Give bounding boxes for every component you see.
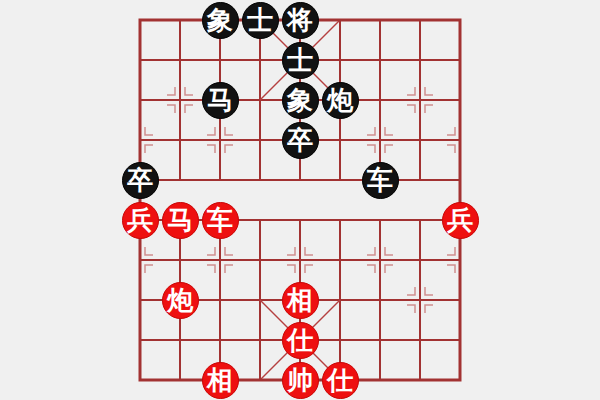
board-point-c2-r0[interactable]: 象 [200,0,240,40]
board-point-c8-r5[interactable]: 兵 [440,200,480,240]
board-point-c0-r3[interactable] [120,120,160,160]
board-point-c1-r4[interactable] [160,160,200,200]
board-point-c4-r8[interactable]: 仕 [280,320,320,360]
board-point-c8-r8[interactable] [440,320,480,360]
piece-black-elephant[interactable]: 象 [202,2,239,39]
board-point-c0-r4[interactable]: 卒 [120,160,160,200]
board-point-c6-r3[interactable] [360,120,400,160]
board-point-c6-r0[interactable] [360,0,400,40]
board-point-c7-r7[interactable] [400,280,440,320]
board-point-c1-r0[interactable] [160,0,200,40]
piece-red-soldier[interactable]: 兵 [122,202,159,239]
board-point-c0-r8[interactable] [120,320,160,360]
piece-black-general[interactable]: 将 [282,2,319,39]
board-point-c1-r1[interactable] [160,40,200,80]
board-point-c6-r6[interactable] [360,240,400,280]
piece-red-elephant[interactable]: 相 [202,362,239,399]
piece-red-horse[interactable]: 马 [162,202,199,239]
board-point-c4-r0[interactable]: 将 [280,0,320,40]
board-point-c5-r0[interactable] [320,0,360,40]
board-point-c5-r2[interactable]: 炮 [320,80,360,120]
board-point-c8-r2[interactable] [440,80,480,120]
board-point-c8-r6[interactable] [440,240,480,280]
board-point-c3-r7[interactable] [240,280,280,320]
board-point-c6-r7[interactable] [360,280,400,320]
board-point-c2-r8[interactable] [200,320,240,360]
board-point-c0-r0[interactable] [120,0,160,40]
board-point-c6-r9[interactable] [360,360,400,400]
board-point-c4-r9[interactable]: 帅 [280,360,320,400]
board-point-c7-r1[interactable] [400,40,440,80]
board-point-c5-r5[interactable] [320,200,360,240]
board-point-c2-r1[interactable] [200,40,240,80]
board-point-c4-r3[interactable]: 卒 [280,120,320,160]
piece-black-elephant[interactable]: 象 [282,82,319,119]
board-point-c4-r2[interactable]: 象 [280,80,320,120]
piece-black-advisor[interactable]: 士 [282,42,319,79]
board-point-c5-r3[interactable] [320,120,360,160]
board-point-c0-r1[interactable] [120,40,160,80]
board-point-c2-r3[interactable] [200,120,240,160]
piece-red-advisor[interactable]: 仕 [322,362,359,399]
board-point-c2-r5[interactable]: 车 [200,200,240,240]
xiangqi-app-canvas: 象士将士马象炮卒卒车兵马车兵炮相仕相帅仕 [0,0,600,400]
board-point-c7-r2[interactable] [400,80,440,120]
board-point-c1-r9[interactable] [160,360,200,400]
board-point-c7-r5[interactable] [400,200,440,240]
piece-black-chariot[interactable]: 车 [362,162,399,199]
board-point-c2-r6[interactable] [200,240,240,280]
board-point-c1-r8[interactable] [160,320,200,360]
piece-black-soldier[interactable]: 卒 [282,122,319,159]
board-point-c4-r7[interactable]: 相 [280,280,320,320]
board-point-c7-r4[interactable] [400,160,440,200]
piece-red-chariot[interactable]: 车 [202,202,239,239]
piece-black-soldier[interactable]: 卒 [122,162,159,199]
board-point-c6-r5[interactable] [360,200,400,240]
board-point-c6-r8[interactable] [360,320,400,360]
board-point-c4-r5[interactable] [280,200,320,240]
board-point-c8-r4[interactable] [440,160,480,200]
board-point-c5-r1[interactable] [320,40,360,80]
board-point-c5-r8[interactable] [320,320,360,360]
board-point-c5-r4[interactable] [320,160,360,200]
board-point-c1-r6[interactable] [160,240,200,280]
board-point-c3-r2[interactable] [240,80,280,120]
board-point-c3-r1[interactable] [240,40,280,80]
piece-red-elephant[interactable]: 相 [282,282,319,319]
piece-black-horse[interactable]: 马 [202,82,239,119]
board-point-c2-r2[interactable]: 马 [200,80,240,120]
board-point-c0-r9[interactable] [120,360,160,400]
piece-red-soldier[interactable]: 兵 [442,202,479,239]
board-point-c3-r4[interactable] [240,160,280,200]
piece-red-general[interactable]: 帅 [282,362,319,399]
board-point-c0-r6[interactable] [120,240,160,280]
board-point-c3-r0[interactable]: 士 [240,0,280,40]
board-point-c8-r9[interactable] [440,360,480,400]
board-point-c1-r2[interactable] [160,80,200,120]
board-point-c0-r7[interactable] [120,280,160,320]
board-point-c7-r9[interactable] [400,360,440,400]
board-point-c7-r3[interactable] [400,120,440,160]
board-point-c8-r0[interactable] [440,0,480,40]
board-point-c5-r6[interactable] [320,240,360,280]
board-point-c8-r1[interactable] [440,40,480,80]
piece-red-cannon[interactable]: 炮 [162,282,199,319]
board-point-c5-r7[interactable] [320,280,360,320]
board-point-c4-r4[interactable] [280,160,320,200]
board-point-c2-r9[interactable]: 相 [200,360,240,400]
board-point-c6-r4[interactable]: 车 [360,160,400,200]
board-point-c7-r8[interactable] [400,320,440,360]
xiangqi-board: 象士将士马象炮卒卒车兵马车兵炮相仕相帅仕 [120,0,480,400]
board-point-c6-r1[interactable] [360,40,400,80]
board-point-c3-r6[interactable] [240,240,280,280]
board-point-c1-r5[interactable]: 马 [160,200,200,240]
board-point-c3-r8[interactable] [240,320,280,360]
board-point-c2-r7[interactable] [200,280,240,320]
piece-black-cannon[interactable]: 炮 [322,82,359,119]
board-point-c8-r3[interactable] [440,120,480,160]
board-point-c1-r7[interactable]: 炮 [160,280,200,320]
board-point-c3-r9[interactable] [240,360,280,400]
board-point-c7-r0[interactable] [400,0,440,40]
piece-black-advisor[interactable]: 士 [242,2,279,39]
board-point-c4-r6[interactable] [280,240,320,280]
board-point-c4-r1[interactable]: 士 [280,40,320,80]
piece-red-advisor[interactable]: 仕 [282,322,319,359]
board-point-c5-r9[interactable]: 仕 [320,360,360,400]
board-point-c3-r5[interactable] [240,200,280,240]
board-point-c0-r5[interactable]: 兵 [120,200,160,240]
board-point-c7-r6[interactable] [400,240,440,280]
board-point-c1-r3[interactable] [160,120,200,160]
board-point-c2-r4[interactable] [200,160,240,200]
board-point-c6-r2[interactable] [360,80,400,120]
board-point-c3-r3[interactable] [240,120,280,160]
board-point-c0-r2[interactable] [120,80,160,120]
board-point-c8-r7[interactable] [440,280,480,320]
